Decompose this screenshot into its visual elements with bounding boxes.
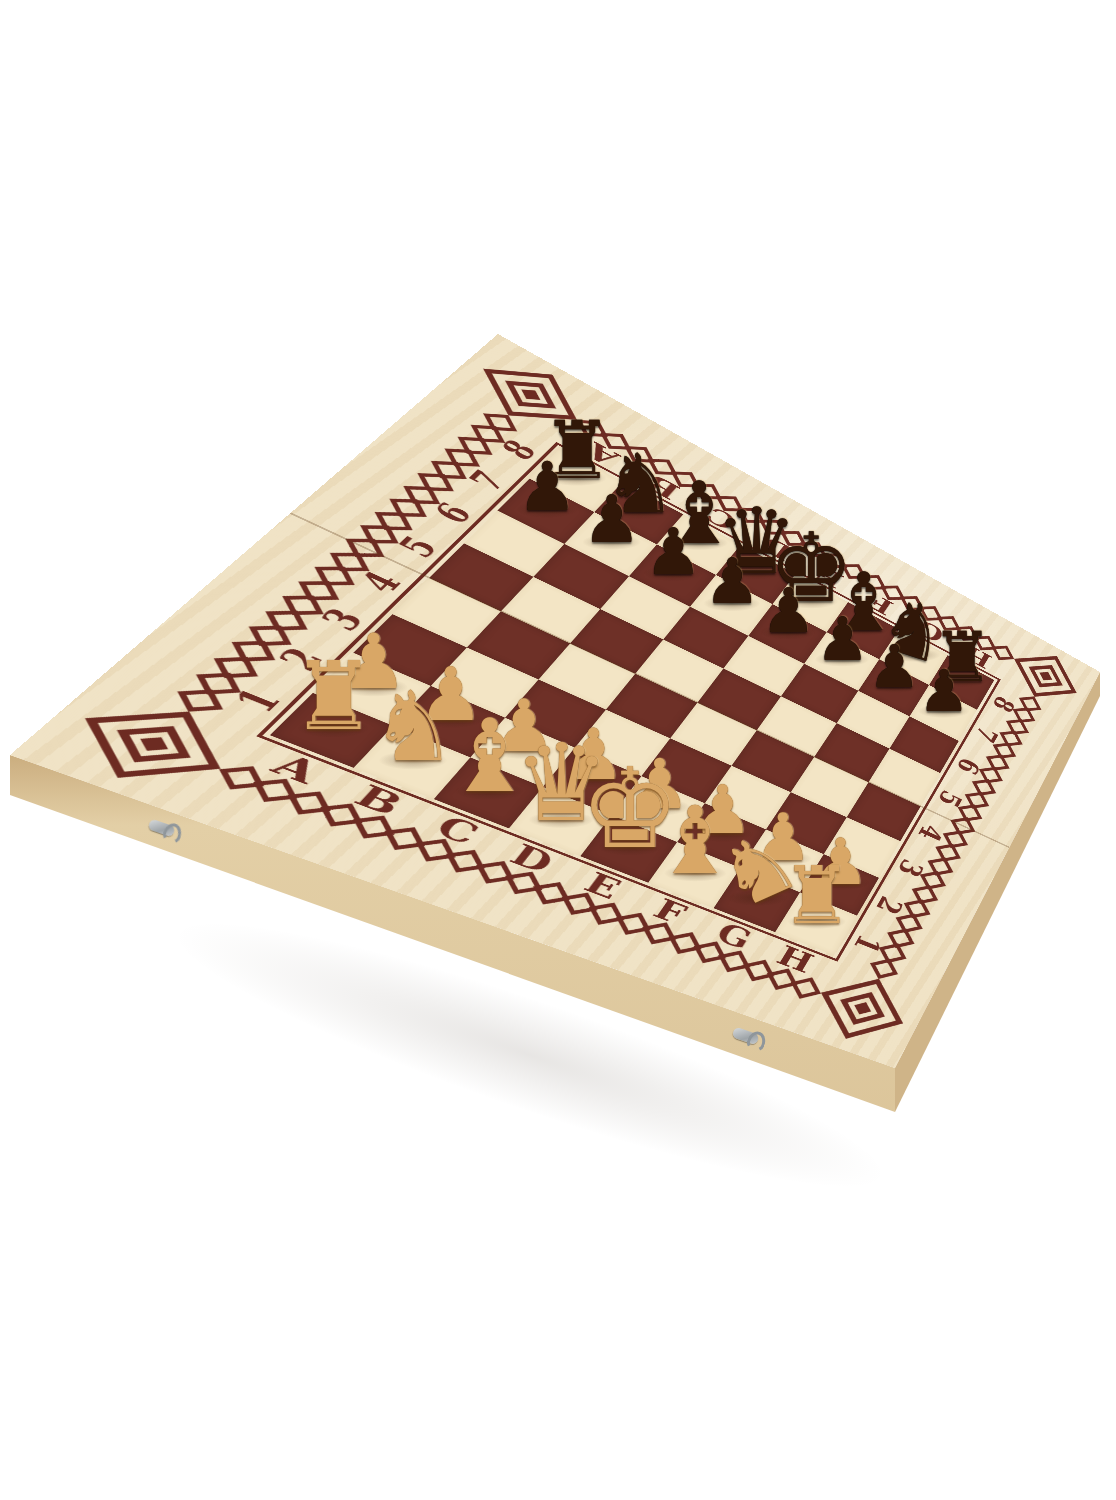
rank-label-left-4: 4 xyxy=(355,567,408,598)
black-pawn-b7[interactable]: ♟ xyxy=(582,487,641,553)
white-rook-a1[interactable]: ♜ xyxy=(291,649,376,744)
rank-label-right-7: 7 xyxy=(971,723,1001,746)
rank-label-right-6: 6 xyxy=(953,754,984,777)
rank-label-left-6: 6 xyxy=(430,499,479,529)
black-pawn-f7[interactable]: ♟ xyxy=(815,610,869,670)
rank-label-right-1: 1 xyxy=(849,931,885,956)
white-rook-h1[interactable]: ♜ xyxy=(781,855,852,934)
black-pawn-d7[interactable]: ♟ xyxy=(704,551,760,614)
black-pawn-c7[interactable]: ♟ xyxy=(644,520,702,584)
rank-label-left-1: 1 xyxy=(229,684,289,717)
file-label-bottom-F: F xyxy=(649,895,691,928)
rank-label-right-3: 3 xyxy=(893,856,927,881)
scene: AABBCCDDEEFFGGHH1122334455667788 ♜♞♝♛♚♝♞… xyxy=(0,0,1116,1500)
black-pawn-g7[interactable]: ♟ xyxy=(868,637,921,696)
rank-label-right-2: 2 xyxy=(871,893,906,918)
black-pawn-a7[interactable]: ♟ xyxy=(517,453,577,520)
black-pawn-e7[interactable]: ♟ xyxy=(761,581,816,643)
rank-label-left-7: 7 xyxy=(464,467,511,496)
black-pawn-h7[interactable]: ♟ xyxy=(918,663,970,721)
rank-label-right-5: 5 xyxy=(933,787,965,811)
rank-label-left-5: 5 xyxy=(393,532,444,562)
corner-ornament-2 xyxy=(85,712,221,778)
corner-ornament-3 xyxy=(821,979,903,1039)
rank-label-right-4: 4 xyxy=(914,821,947,845)
corner-ornament-1 xyxy=(1014,656,1077,697)
